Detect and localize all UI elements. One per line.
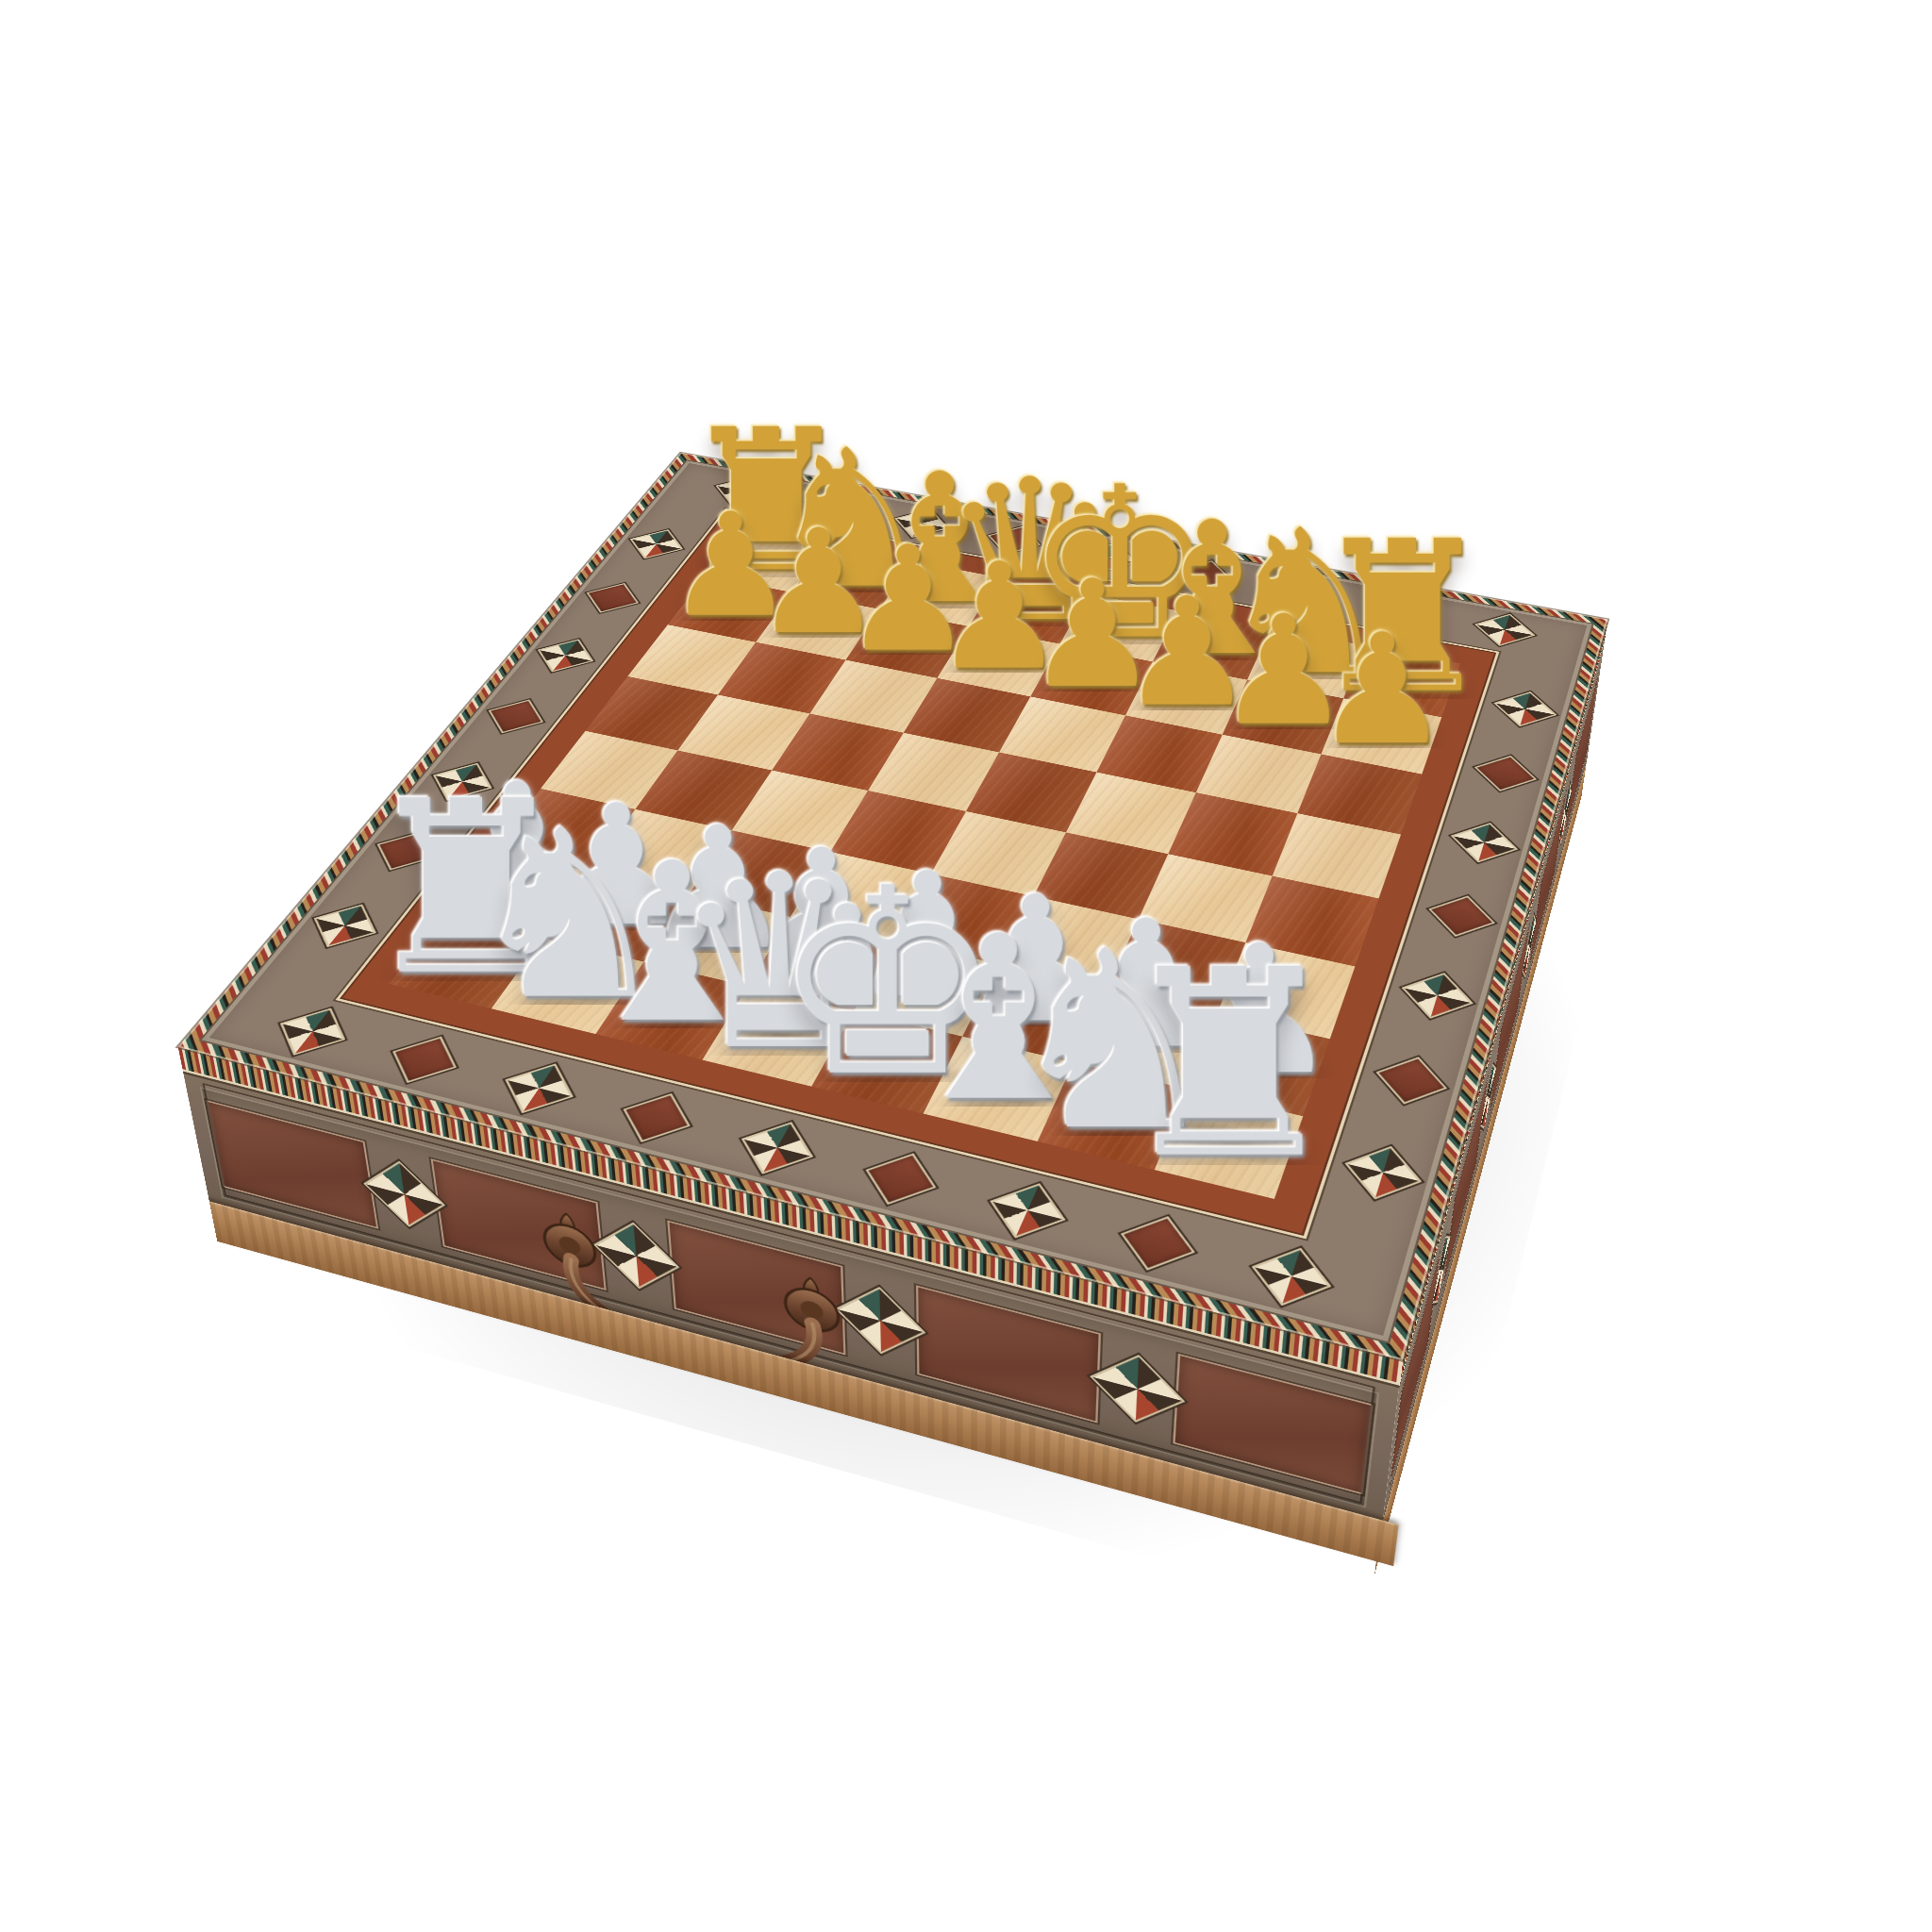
inlay-diamond [489, 699, 543, 733]
piece-silver-rook-h1[interactable]: ♜ [1074, 936, 1385, 1142]
inlay-star [280, 1008, 345, 1056]
inlay-star [1274, 577, 1332, 608]
inlay-star [505, 1063, 574, 1113]
inlay-diamond [1374, 596, 1432, 626]
photo-scene: ♜♞♝♛♚♝♞♜♟♟♟♟♟♟♟♟♟♟♟♟♟♟♟♟♜♞♝♛♚♝♞♜ [0, 0, 1932, 1932]
inlay-star [741, 1122, 813, 1174]
inlay-star [1474, 614, 1535, 646]
inlay-star [716, 476, 768, 504]
inlay-star [990, 1183, 1065, 1238]
chess-box: ♜♞♝♛♚♝♞♜♟♟♟♟♟♟♟♟♟♟♟♟♟♟♟♟♜♞♝♛♚♝♞♜ [178, 453, 1608, 1360]
inlay-diamond [988, 526, 1041, 555]
inlay-star [538, 639, 593, 672]
inlay-diamond [865, 1153, 936, 1205]
inlay-star [1080, 542, 1137, 573]
inlay-diamond [1375, 1057, 1447, 1104]
inlay-diamond [392, 1037, 457, 1083]
inlay-star [894, 509, 948, 538]
inlay-diamond [1474, 756, 1537, 791]
inlay-diamond [587, 583, 639, 613]
inlay-star [1493, 691, 1557, 726]
inlay-star [1252, 1248, 1332, 1307]
square-h5[interactable] [1273, 813, 1401, 898]
inlay-diamond [1428, 895, 1495, 936]
inlay-star [1451, 823, 1518, 862]
inlay-diamond [623, 1093, 690, 1142]
inlay-star [1345, 1146, 1423, 1200]
inlay-star [630, 529, 683, 558]
inlay-diamond [806, 493, 857, 521]
inlay-diamond [1177, 560, 1232, 590]
inlay-star [1402, 973, 1474, 1019]
inlay-diamond [1121, 1216, 1195, 1271]
